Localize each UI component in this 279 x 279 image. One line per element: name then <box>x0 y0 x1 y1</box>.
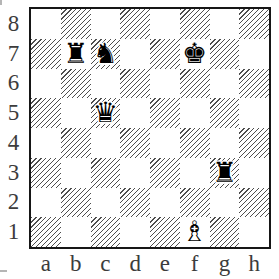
square-d1[interactable] <box>120 217 150 247</box>
piece-black-king: ♚ <box>182 40 207 68</box>
square-c5[interactable]: ♛ <box>91 98 121 128</box>
square-c6[interactable] <box>91 69 121 99</box>
piece-black-rook: ♜ <box>212 159 237 187</box>
piece-black-knight: ♞ <box>93 40 118 68</box>
square-d4[interactable] <box>120 128 150 158</box>
square-a4[interactable] <box>31 128 61 158</box>
square-a5[interactable] <box>31 98 61 128</box>
rank-label-6: 6 <box>0 69 27 99</box>
rank-label-4: 4 <box>0 128 27 158</box>
square-g3[interactable]: ♜ <box>210 158 240 188</box>
square-a1[interactable] <box>31 217 61 247</box>
piece-black-rook: ♜ <box>63 40 88 68</box>
chess-diagram: 87654321 ♜♞♚♛♜♗ abcdefgh <box>0 0 279 279</box>
square-d2[interactable] <box>120 188 150 218</box>
square-e2[interactable] <box>150 188 180 218</box>
square-d3[interactable] <box>120 158 150 188</box>
square-h2[interactable] <box>239 188 269 218</box>
square-g1[interactable] <box>210 217 240 247</box>
square-h5[interactable] <box>239 98 269 128</box>
square-g7[interactable] <box>210 39 240 69</box>
square-e6[interactable] <box>150 69 180 99</box>
square-g5[interactable] <box>210 98 240 128</box>
piece-black-queen: ♛ <box>93 99 118 127</box>
file-label-h: h <box>239 250 269 277</box>
square-e8[interactable] <box>150 9 180 39</box>
square-h4[interactable] <box>239 128 269 158</box>
rank-label-5: 5 <box>0 98 27 128</box>
square-f4[interactable] <box>180 128 210 158</box>
file-label-f: f <box>180 250 210 277</box>
file-label-e: e <box>150 250 180 277</box>
square-f3[interactable] <box>180 158 210 188</box>
square-c7[interactable]: ♞ <box>91 39 121 69</box>
square-e4[interactable] <box>150 128 180 158</box>
square-b3[interactable] <box>61 158 91 188</box>
square-b5[interactable] <box>61 98 91 128</box>
square-b7[interactable]: ♜ <box>61 39 91 69</box>
square-b6[interactable] <box>61 69 91 99</box>
square-f8[interactable] <box>180 9 210 39</box>
square-a8[interactable] <box>31 9 61 39</box>
square-f6[interactable] <box>180 69 210 99</box>
file-label-c: c <box>91 250 121 277</box>
chess-board: ♜♞♚♛♜♗ <box>29 7 271 249</box>
rank-label-7: 7 <box>0 39 27 69</box>
square-e7[interactable] <box>150 39 180 69</box>
square-h8[interactable] <box>239 9 269 39</box>
square-c1[interactable] <box>91 217 121 247</box>
scan-artifact-top-left <box>0 0 2 5</box>
square-h7[interactable] <box>239 39 269 69</box>
file-label-g: g <box>210 250 240 277</box>
square-d6[interactable] <box>120 69 150 99</box>
square-f2[interactable] <box>180 188 210 218</box>
square-b8[interactable] <box>61 9 91 39</box>
square-a6[interactable] <box>31 69 61 99</box>
square-c2[interactable] <box>91 188 121 218</box>
square-a2[interactable] <box>31 188 61 218</box>
file-labels: abcdefgh <box>31 250 269 277</box>
square-h6[interactable] <box>239 69 269 99</box>
square-e5[interactable] <box>150 98 180 128</box>
square-a7[interactable] <box>31 39 61 69</box>
rank-label-8: 8 <box>0 9 27 39</box>
square-h3[interactable] <box>239 158 269 188</box>
file-label-d: d <box>120 250 150 277</box>
square-f1[interactable]: ♗ <box>180 217 210 247</box>
square-d7[interactable] <box>120 39 150 69</box>
square-c4[interactable] <box>91 128 121 158</box>
square-g4[interactable] <box>210 128 240 158</box>
square-e1[interactable] <box>150 217 180 247</box>
piece-white-bishop: ♗ <box>182 218 207 246</box>
square-f5[interactable] <box>180 98 210 128</box>
square-c8[interactable] <box>91 9 121 39</box>
file-label-b: b <box>61 250 91 277</box>
square-c3[interactable] <box>91 158 121 188</box>
square-g2[interactable] <box>210 188 240 218</box>
square-f7[interactable]: ♚ <box>180 39 210 69</box>
scan-artifact-bottom-left <box>0 270 7 272</box>
rank-label-1: 1 <box>0 217 27 247</box>
square-d8[interactable] <box>120 9 150 39</box>
square-b4[interactable] <box>61 128 91 158</box>
square-h1[interactable] <box>239 217 269 247</box>
square-a3[interactable] <box>31 158 61 188</box>
square-g6[interactable] <box>210 69 240 99</box>
square-e3[interactable] <box>150 158 180 188</box>
file-label-a: a <box>31 250 61 277</box>
rank-labels: 87654321 <box>0 9 27 247</box>
square-b1[interactable] <box>61 217 91 247</box>
square-g8[interactable] <box>210 9 240 39</box>
rank-label-3: 3 <box>0 158 27 188</box>
rank-label-2: 2 <box>0 188 27 218</box>
square-d5[interactable] <box>120 98 150 128</box>
square-b2[interactable] <box>61 188 91 218</box>
